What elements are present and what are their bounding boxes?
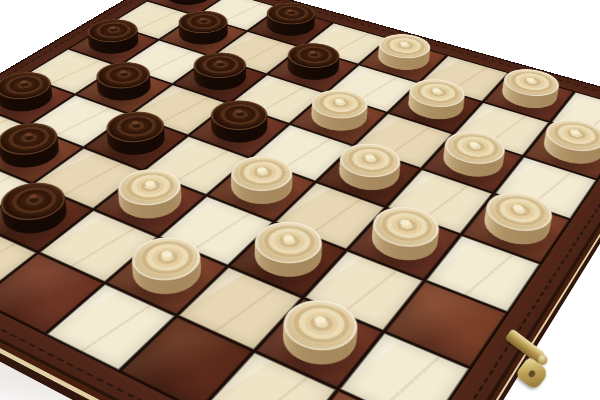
light-checker-r2c6[interactable] xyxy=(434,140,512,185)
photo-scene xyxy=(0,0,600,400)
